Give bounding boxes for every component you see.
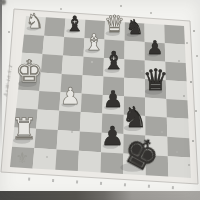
board-maker-stamp-icon: ⚜ bbox=[16, 150, 29, 165]
square-d1[interactable] bbox=[78, 151, 101, 173]
square-c1[interactable] bbox=[55, 150, 79, 172]
piece-black-pawn-g7[interactable]: ♟ bbox=[147, 39, 164, 58]
square-d2[interactable] bbox=[79, 132, 102, 153]
piece-white-knight-a8[interactable]: ♞ bbox=[26, 11, 44, 31]
square-d4[interactable] bbox=[81, 94, 103, 114]
square-h8[interactable] bbox=[164, 25, 185, 45]
square-h2[interactable] bbox=[167, 137, 190, 158]
piece-black-pawn-e4[interactable]: ♟ bbox=[103, 88, 124, 111]
piece-black-queen-g5[interactable]: ♛ bbox=[142, 66, 168, 95]
square-b8[interactable] bbox=[44, 17, 65, 37]
square-h4[interactable] bbox=[166, 99, 188, 119]
piece-black-pawn-e2[interactable]: ♟ bbox=[101, 123, 124, 149]
piece-white-bishop-d7[interactable]: ♝ bbox=[84, 31, 105, 54]
square-b4[interactable] bbox=[38, 91, 61, 111]
square-c7[interactable] bbox=[63, 37, 84, 57]
square-a4[interactable] bbox=[16, 90, 39, 110]
square-b1[interactable] bbox=[33, 148, 57, 170]
piece-black-knight-f8[interactable]: ♞ bbox=[126, 18, 144, 38]
square-h3[interactable] bbox=[167, 117, 189, 138]
square-b2[interactable] bbox=[34, 129, 58, 150]
square-d5[interactable] bbox=[82, 75, 104, 95]
square-b6[interactable] bbox=[41, 54, 63, 74]
square-c6[interactable] bbox=[62, 55, 84, 75]
chessboard-photo: ♞♝♛♞♝♟♝♚♛♟♟♞♜♟♚ ⚜ B+W-10.5.3 bbox=[0, 0, 200, 200]
piece-black-bishop-c8[interactable]: ♝ bbox=[65, 13, 84, 34]
photo-left-edge-line bbox=[0, 0, 2, 150]
piece-white-rook-a2[interactable]: ♜ bbox=[11, 115, 37, 144]
square-d6[interactable] bbox=[83, 57, 104, 77]
square-c2[interactable] bbox=[57, 130, 80, 151]
square-h5[interactable] bbox=[166, 80, 188, 100]
piece-white-king-a5[interactable]: ♚ bbox=[15, 57, 43, 88]
photo-dust-speckles bbox=[0, 0, 2, 2]
square-f7[interactable] bbox=[124, 41, 144, 61]
square-b3[interactable] bbox=[36, 109, 59, 130]
square-b7[interactable] bbox=[43, 36, 65, 56]
piece-white-queen-e8[interactable]: ♛ bbox=[104, 13, 125, 36]
square-h1[interactable] bbox=[168, 156, 191, 178]
square-d3[interactable] bbox=[80, 112, 103, 133]
square-a7[interactable] bbox=[22, 34, 44, 54]
piece-white-pawn-c4[interactable]: ♟ bbox=[60, 85, 81, 108]
photo-bottom-shadow-strip bbox=[0, 191, 200, 200]
piece-black-bishop-e6[interactable]: ♝ bbox=[103, 49, 125, 74]
square-c3[interactable] bbox=[58, 111, 81, 132]
square-h7[interactable] bbox=[165, 43, 186, 63]
square-g4[interactable] bbox=[145, 98, 167, 118]
